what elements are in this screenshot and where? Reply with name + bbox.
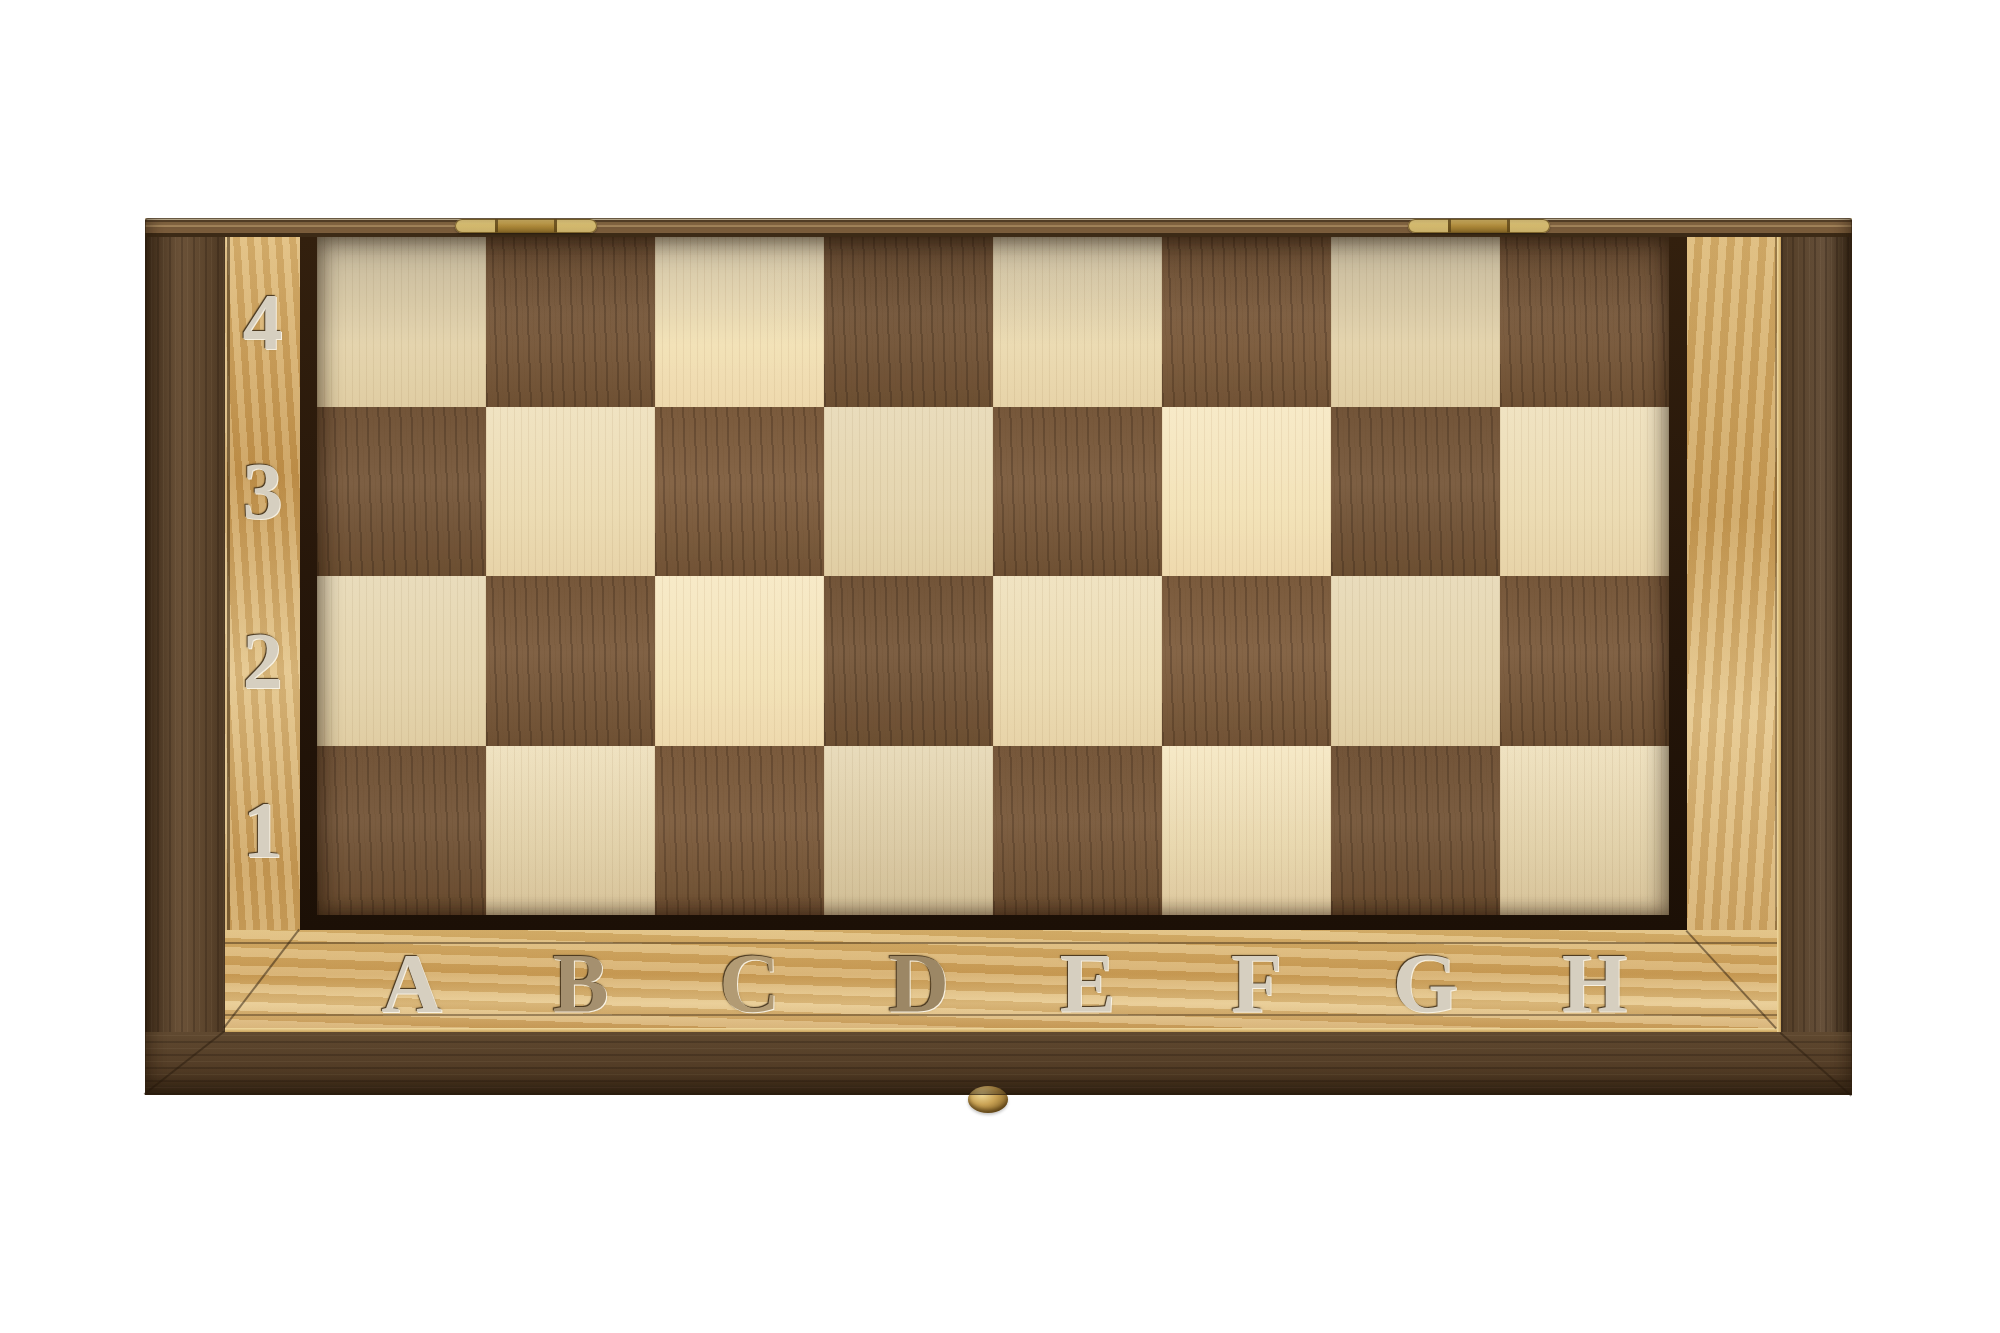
- file-label-h: H: [1510, 930, 1679, 1028]
- rank-labels: 4321: [225, 237, 300, 915]
- square-f1[interactable]: [1162, 746, 1331, 916]
- square-f3[interactable]: [1162, 407, 1331, 577]
- square-b4[interactable]: [486, 237, 655, 407]
- file-label-a: A: [327, 930, 496, 1028]
- square-c4[interactable]: [655, 237, 824, 407]
- square-d3[interactable]: [824, 407, 993, 577]
- square-h3[interactable]: [1500, 407, 1669, 577]
- square-e4[interactable]: [993, 237, 1162, 407]
- file-label-text: D: [888, 942, 949, 1026]
- walnut-frame-right: [1781, 237, 1852, 1095]
- rank-label-4: 4: [225, 237, 300, 407]
- square-e3[interactable]: [993, 407, 1162, 577]
- walnut-frame-left: [145, 237, 225, 1095]
- square-b1[interactable]: [486, 746, 655, 916]
- file-label-text: F: [1231, 942, 1282, 1026]
- rank-label-2: 2: [225, 576, 300, 746]
- maple-pinstripe-bottom: [225, 1028, 1777, 1032]
- rank-label-text: 3: [243, 451, 283, 531]
- square-h2[interactable]: [1500, 576, 1669, 746]
- file-label-c: C: [665, 930, 834, 1028]
- walnut-frame-bottom: [145, 1032, 1852, 1095]
- rank-label-text: 4: [243, 282, 283, 362]
- square-g3[interactable]: [1331, 407, 1500, 577]
- square-a3[interactable]: [317, 407, 486, 577]
- file-label-e: E: [1003, 930, 1172, 1028]
- square-b3[interactable]: [486, 407, 655, 577]
- square-e1[interactable]: [993, 746, 1162, 916]
- file-label-text: E: [1059, 942, 1115, 1026]
- square-f4[interactable]: [1162, 237, 1331, 407]
- brass-clasp-knob-icon: [968, 1086, 1008, 1113]
- file-label-g: G: [1341, 930, 1510, 1028]
- file-label-f: F: [1172, 930, 1341, 1028]
- square-g2[interactable]: [1331, 576, 1500, 746]
- square-c2[interactable]: [655, 576, 824, 746]
- file-label-text: A: [381, 942, 442, 1026]
- rank-label-1: 1: [225, 746, 300, 916]
- square-h1[interactable]: [1500, 746, 1669, 916]
- rank-label-3: 3: [225, 407, 300, 577]
- square-g4[interactable]: [1331, 237, 1500, 407]
- board-inner-border: [300, 237, 1687, 930]
- square-a1[interactable]: [317, 746, 486, 916]
- chess-box: 4321 ABCDEFGH: [145, 218, 1852, 1095]
- maple-pinstripe-right: [1777, 237, 1781, 1032]
- file-label-text: H: [1562, 942, 1627, 1026]
- brass-hinge-right-icon: [1408, 219, 1550, 233]
- file-label-text: B: [552, 942, 608, 1026]
- square-a2[interactable]: [317, 576, 486, 746]
- square-f2[interactable]: [1162, 576, 1331, 746]
- brass-hinge-left-icon: [455, 219, 597, 233]
- file-label-b: B: [496, 930, 665, 1028]
- maple-trim-right: [1687, 237, 1777, 1032]
- square-h4[interactable]: [1500, 237, 1669, 407]
- square-g1[interactable]: [1331, 746, 1500, 916]
- file-label-d: D: [834, 930, 1003, 1028]
- square-d2[interactable]: [824, 576, 993, 746]
- square-a4[interactable]: [317, 237, 486, 407]
- folded-lid-edge: [145, 218, 1852, 237]
- photo-stage: 4321 ABCDEFGH: [0, 0, 2000, 1333]
- square-d1[interactable]: [824, 746, 993, 916]
- file-label-text: G: [1393, 942, 1458, 1026]
- rank-label-text: 2: [243, 621, 283, 701]
- square-d4[interactable]: [824, 237, 993, 407]
- square-c3[interactable]: [655, 407, 824, 577]
- square-e2[interactable]: [993, 576, 1162, 746]
- rank-label-text: 1: [243, 790, 283, 870]
- file-label-text: C: [719, 942, 780, 1026]
- square-b2[interactable]: [486, 576, 655, 746]
- square-c1[interactable]: [655, 746, 824, 916]
- file-labels: ABCDEFGH: [327, 930, 1679, 1028]
- board-grid: [317, 237, 1669, 915]
